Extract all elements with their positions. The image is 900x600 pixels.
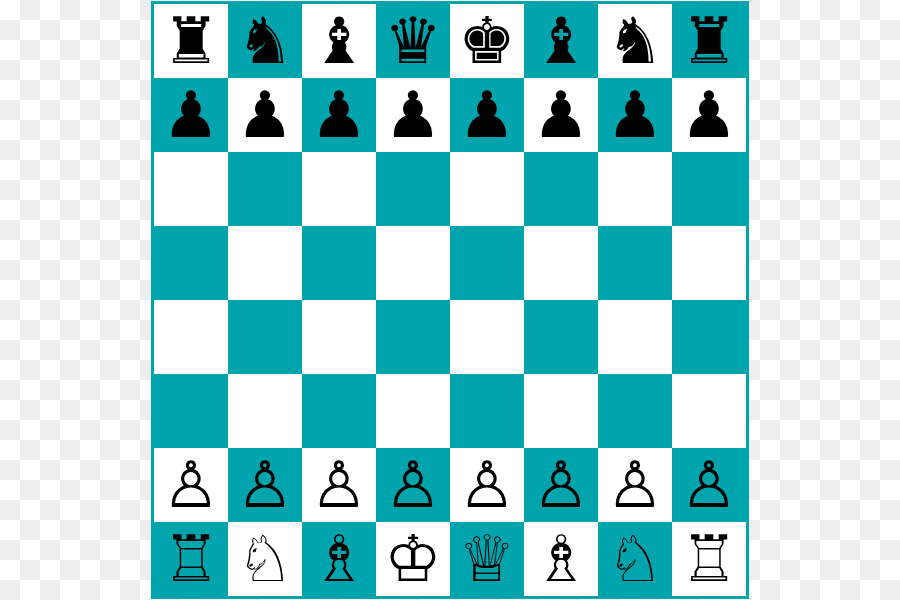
square-f7: ♟ [524, 78, 598, 152]
square-d2: ♙ [376, 448, 450, 522]
square-e6 [450, 152, 524, 226]
piece-white-bishop: ♗ [532, 522, 589, 596]
piece-black-rook: ♜ [162, 4, 219, 78]
square-a6 [154, 152, 228, 226]
square-b5 [228, 226, 302, 300]
square-g8: ♞ [598, 4, 672, 78]
piece-white-pawn: ♙ [310, 448, 367, 522]
piece-white-pawn: ♙ [680, 448, 737, 522]
piece-black-knight: ♞ [236, 4, 293, 78]
square-e2: ♙ [450, 448, 524, 522]
transparency-background: { "game": "chess", "position": { "fen": … [0, 0, 900, 600]
piece-black-pawn: ♟ [236, 78, 293, 152]
square-a1: ♖ [154, 522, 228, 596]
square-f1: ♗ [524, 522, 598, 596]
piece-black-pawn: ♟ [162, 78, 219, 152]
square-d1: ♔ [376, 522, 450, 596]
square-c4 [302, 300, 376, 374]
square-g5 [598, 226, 672, 300]
piece-black-queen: ♛ [384, 4, 441, 78]
square-b3 [228, 374, 302, 448]
piece-black-pawn: ♟ [310, 78, 367, 152]
square-c7: ♟ [302, 78, 376, 152]
square-h1: ♖ [672, 522, 746, 596]
square-d5 [376, 226, 450, 300]
square-d7: ♟ [376, 78, 450, 152]
piece-black-pawn: ♟ [458, 78, 515, 152]
piece-black-pawn: ♟ [606, 78, 663, 152]
square-d6 [376, 152, 450, 226]
square-h5 [672, 226, 746, 300]
square-a2: ♙ [154, 448, 228, 522]
square-a4 [154, 300, 228, 374]
square-b1: ♘ [228, 522, 302, 596]
square-f8: ♝ [524, 4, 598, 78]
square-d3 [376, 374, 450, 448]
square-c2: ♙ [302, 448, 376, 522]
square-e7: ♟ [450, 78, 524, 152]
piece-black-rook: ♜ [680, 4, 737, 78]
square-h6 [672, 152, 746, 226]
square-c8: ♝ [302, 4, 376, 78]
square-b2: ♙ [228, 448, 302, 522]
piece-black-bishop: ♝ [532, 4, 589, 78]
piece-white-rook: ♖ [680, 522, 737, 596]
piece-white-pawn: ♙ [532, 448, 589, 522]
square-a8: ♜ [154, 4, 228, 78]
piece-white-queen: ♕ [458, 522, 515, 596]
square-e4 [450, 300, 524, 374]
square-e1: ♕ [450, 522, 524, 596]
square-a7: ♟ [154, 78, 228, 152]
square-a5 [154, 226, 228, 300]
square-g7: ♟ [598, 78, 672, 152]
square-g1: ♘ [598, 522, 672, 596]
square-g3 [598, 374, 672, 448]
piece-white-knight: ♘ [606, 522, 663, 596]
piece-black-bishop: ♝ [310, 4, 367, 78]
square-e8: ♚ [450, 4, 524, 78]
piece-white-pawn: ♙ [162, 448, 219, 522]
piece-white-pawn: ♙ [606, 448, 663, 522]
square-f3 [524, 374, 598, 448]
square-b4 [228, 300, 302, 374]
square-h3 [672, 374, 746, 448]
chess-board: ♜♞♝♛♚♝♞♜♟♟♟♟♟♟♟♟♙♙♙♙♙♙♙♙♖♘♗♔♕♗♘♖ [151, 1, 749, 599]
piece-white-knight: ♘ [236, 522, 293, 596]
square-c6 [302, 152, 376, 226]
square-h2: ♙ [672, 448, 746, 522]
square-g6 [598, 152, 672, 226]
square-b8: ♞ [228, 4, 302, 78]
square-g2: ♙ [598, 448, 672, 522]
square-b6 [228, 152, 302, 226]
square-d8: ♛ [376, 4, 450, 78]
piece-black-knight: ♞ [606, 4, 663, 78]
piece-black-pawn: ♟ [680, 78, 737, 152]
square-c3 [302, 374, 376, 448]
piece-white-pawn: ♙ [458, 448, 515, 522]
square-f4 [524, 300, 598, 374]
square-f5 [524, 226, 598, 300]
square-f2: ♙ [524, 448, 598, 522]
square-c5 [302, 226, 376, 300]
piece-white-bishop: ♗ [310, 522, 367, 596]
piece-black-pawn: ♟ [384, 78, 441, 152]
square-e5 [450, 226, 524, 300]
square-d4 [376, 300, 450, 374]
square-c1: ♗ [302, 522, 376, 596]
piece-black-king: ♚ [458, 4, 515, 78]
square-e3 [450, 374, 524, 448]
square-g4 [598, 300, 672, 374]
square-f6 [524, 152, 598, 226]
piece-white-pawn: ♙ [384, 448, 441, 522]
square-b7: ♟ [228, 78, 302, 152]
square-h4 [672, 300, 746, 374]
square-h8: ♜ [672, 4, 746, 78]
square-h7: ♟ [672, 78, 746, 152]
piece-white-pawn: ♙ [236, 448, 293, 522]
piece-black-pawn: ♟ [532, 78, 589, 152]
square-a3 [154, 374, 228, 448]
piece-white-rook: ♖ [162, 522, 219, 596]
piece-white-king: ♔ [384, 522, 441, 596]
